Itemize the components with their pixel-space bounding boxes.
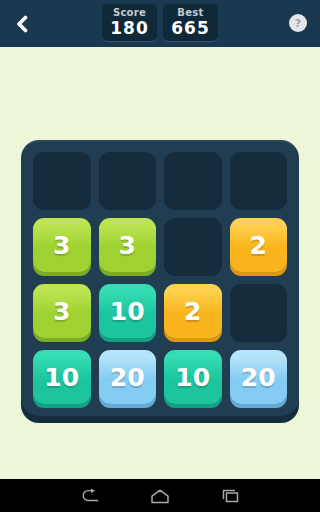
tile-3-r2c0[interactable]: 3 — [33, 284, 91, 338]
tile-3-r1c1[interactable]: 3 — [99, 218, 157, 272]
android-nav-bar — [0, 479, 320, 512]
help-button[interactable]: ? — [289, 14, 307, 32]
back-chevron-icon — [16, 15, 28, 33]
tile-10-r3c0[interactable]: 10 — [33, 350, 91, 404]
question-mark-icon: ? — [295, 17, 301, 30]
top-bar: Score 180 Best 665 ? — [0, 0, 320, 47]
empty-cell-r1c2 — [164, 218, 222, 276]
tile-3-r1c0[interactable]: 3 — [33, 218, 91, 272]
nav-recents-icon[interactable] — [218, 488, 242, 504]
tile-10-r3c2[interactable]: 10 — [164, 350, 222, 404]
tile-20-r3c3[interactable]: 20 — [230, 350, 288, 404]
tile-2-r1c3[interactable]: 2 — [230, 218, 288, 272]
app-screen: Score 180 Best 665 ? 332310210201020 — [0, 0, 320, 512]
back-button[interactable] — [10, 12, 34, 36]
play-area: 332310210201020 — [0, 47, 320, 479]
best-box: Best 665 — [163, 4, 218, 41]
tile-20-r3c1[interactable]: 20 — [99, 350, 157, 404]
board-grid[interactable]: 332310210201020 — [21, 140, 299, 416]
nav-back-icon[interactable] — [78, 488, 102, 504]
tile-10-r2c1[interactable]: 10 — [99, 284, 157, 338]
best-value: 665 — [171, 19, 210, 38]
empty-cell-r0c3 — [230, 152, 288, 210]
tile-2-r2c2[interactable]: 2 — [164, 284, 222, 338]
empty-cell-r2c3 — [230, 284, 288, 342]
score-box: Score 180 — [102, 4, 157, 41]
empty-cell-r0c0 — [33, 152, 91, 210]
empty-cell-r0c2 — [164, 152, 222, 210]
score-value: 180 — [110, 19, 149, 38]
score-panel: Score 180 Best 665 — [102, 4, 218, 41]
nav-home-icon[interactable] — [148, 488, 172, 504]
empty-cell-r0c1 — [99, 152, 157, 210]
